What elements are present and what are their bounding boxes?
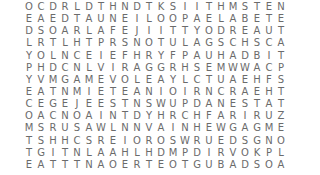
grid-cell-r3c17[interactable]: D <box>215 25 227 37</box>
grid-cell-r3c9[interactable]: E <box>119 25 131 37</box>
grid-cell-r5c7[interactable]: I <box>95 50 107 62</box>
grid-cell-r12c21[interactable]: N <box>263 135 275 147</box>
grid-cell-r6c16[interactable]: E <box>203 62 215 74</box>
grid-cell-r13c1[interactable]: T <box>23 147 35 159</box>
grid-cell-r9c21[interactable]: A <box>263 98 275 110</box>
grid-cell-r13c12[interactable]: D <box>155 147 167 159</box>
grid-cell-r10c19[interactable]: I <box>239 110 251 122</box>
grid-cell-r9c9[interactable]: T <box>119 98 131 110</box>
grid-cell-r14c3[interactable]: T <box>47 159 59 171</box>
grid-cell-r7c20[interactable]: H <box>251 74 263 86</box>
grid-cell-r13c13[interactable]: M <box>167 147 179 159</box>
grid-cell-r11c7[interactable]: W <box>95 122 107 134</box>
grid-cell-r5c12[interactable]: Y <box>155 50 167 62</box>
grid-cell-r3c13[interactable]: T <box>167 25 179 37</box>
grid-cell-r3c18[interactable]: R <box>227 25 239 37</box>
grid-cell-r10c17[interactable]: A <box>215 110 227 122</box>
grid-cell-r4c6[interactable]: T <box>83 37 95 49</box>
grid-cell-r4c11[interactable]: O <box>143 37 155 49</box>
grid-cell-r5c1[interactable]: Y <box>23 50 35 62</box>
grid-cell-r14c2[interactable]: A <box>35 159 47 171</box>
grid-cell-r4c19[interactable]: H <box>239 37 251 49</box>
grid-cell-r8c12[interactable]: I <box>155 86 167 98</box>
grid-cell-r12c11[interactable]: R <box>143 135 155 147</box>
grid-cell-r12c10[interactable]: O <box>131 135 143 147</box>
grid-cell-r13c18[interactable]: V <box>227 147 239 159</box>
grid-cell-r8c1[interactable]: E <box>23 86 35 98</box>
grid-cell-r1c7[interactable]: T <box>95 1 107 13</box>
grid-cell-r6c8[interactable]: I <box>107 62 119 74</box>
grid-cell-r4c15[interactable]: A <box>191 37 203 49</box>
grid-cell-r5c22[interactable]: T <box>275 50 287 62</box>
grid-cell-r2c6[interactable]: A <box>83 13 95 25</box>
grid-cell-r4c17[interactable]: S <box>215 37 227 49</box>
grid-cell-r2c13[interactable]: O <box>167 13 179 25</box>
grid-cell-r6c14[interactable]: H <box>179 62 191 74</box>
grid-cell-r4c13[interactable]: U <box>167 37 179 49</box>
grid-cell-r6c17[interactable]: M <box>215 62 227 74</box>
grid-cell-r9c13[interactable]: U <box>167 98 179 110</box>
grid-cell-r13c16[interactable]: I <box>203 147 215 159</box>
grid-cell-r12c7[interactable]: R <box>95 135 107 147</box>
grid-cell-r12c19[interactable]: S <box>239 135 251 147</box>
grid-cell-r3c6[interactable]: L <box>83 25 95 37</box>
grid-cell-r13c19[interactable]: O <box>239 147 251 159</box>
grid-cell-r10c2[interactable]: A <box>35 110 47 122</box>
grid-cell-r7c7[interactable]: E <box>95 74 107 86</box>
grid-cell-r2c18[interactable]: A <box>227 13 239 25</box>
grid-cell-r9c5[interactable]: J <box>71 98 83 110</box>
grid-cell-r9c15[interactable]: D <box>191 98 203 110</box>
grid-cell-r4c14[interactable]: L <box>179 37 191 49</box>
grid-cell-r4c12[interactable]: T <box>155 37 167 49</box>
grid-cell-r5c21[interactable]: I <box>263 50 275 62</box>
grid-cell-r9c19[interactable]: S <box>239 98 251 110</box>
grid-cell-r3c22[interactable]: T <box>275 25 287 37</box>
grid-cell-r4c1[interactable]: L <box>23 37 35 49</box>
grid-cell-r12c18[interactable]: D <box>227 135 239 147</box>
grid-cell-r3c1[interactable]: D <box>23 25 35 37</box>
grid-cell-r9c8[interactable]: S <box>107 98 119 110</box>
grid-cell-r10c20[interactable]: R <box>251 110 263 122</box>
grid-cell-r13c11[interactable]: H <box>143 147 155 159</box>
grid-cell-r2c11[interactable]: L <box>143 13 155 25</box>
grid-cell-r6c15[interactable]: S <box>191 62 203 74</box>
grid-cell-r5c3[interactable]: L <box>47 50 59 62</box>
grid-cell-r8c6[interactable]: I <box>83 86 95 98</box>
grid-cell-r11c20[interactable]: G <box>251 122 263 134</box>
grid-cell-r12c1[interactable]: T <box>23 135 35 147</box>
grid-cell-r6c18[interactable]: W <box>227 62 239 74</box>
grid-cell-r6c7[interactable]: V <box>95 62 107 74</box>
grid-cell-r8c4[interactable]: N <box>59 86 71 98</box>
grid-cell-r6c21[interactable]: C <box>263 62 275 74</box>
grid-cell-r1c11[interactable]: T <box>143 1 155 13</box>
grid-cell-r7c5[interactable]: A <box>71 74 83 86</box>
grid-cell-r1c1[interactable]: O <box>23 1 35 13</box>
grid-cell-r11c9[interactable]: N <box>119 122 131 134</box>
grid-cell-r12c22[interactable]: O <box>275 135 287 147</box>
grid-cell-r8c21[interactable]: H <box>263 86 275 98</box>
grid-cell-r3c20[interactable]: A <box>251 25 263 37</box>
grid-cell-r5c6[interactable]: E <box>83 50 95 62</box>
grid-cell-r7c18[interactable]: A <box>227 74 239 86</box>
grid-cell-r7c21[interactable]: F <box>263 74 275 86</box>
grid-cell-r12c5[interactable]: C <box>71 135 83 147</box>
grid-cell-r9c14[interactable]: P <box>179 98 191 110</box>
grid-cell-r6c13[interactable]: R <box>167 62 179 74</box>
grid-cell-r4c8[interactable]: R <box>107 37 119 49</box>
grid-cell-r8c14[interactable]: I <box>179 86 191 98</box>
grid-cell-r1c21[interactable]: E <box>263 1 275 13</box>
grid-cell-r4c4[interactable]: L <box>59 37 71 49</box>
grid-cell-r14c8[interactable]: O <box>107 159 119 171</box>
grid-cell-r14c12[interactable]: E <box>155 159 167 171</box>
grid-cell-r10c15[interactable]: H <box>191 110 203 122</box>
grid-cell-r10c6[interactable]: A <box>83 110 95 122</box>
grid-cell-r2c15[interactable]: A <box>191 13 203 25</box>
grid-cell-r11c8[interactable]: L <box>107 122 119 134</box>
grid-cell-r8c15[interactable]: R <box>191 86 203 98</box>
grid-cell-r6c22[interactable]: P <box>275 62 287 74</box>
grid-cell-r14c10[interactable]: R <box>131 159 143 171</box>
grid-cell-r6c1[interactable]: P <box>23 62 35 74</box>
grid-cell-r10c22[interactable]: Z <box>275 110 287 122</box>
grid-cell-r4c10[interactable]: N <box>131 37 143 49</box>
grid-cell-r11c22[interactable]: E <box>275 122 287 134</box>
grid-cell-r14c9[interactable]: E <box>119 159 131 171</box>
grid-cell-r12c15[interactable]: R <box>191 135 203 147</box>
grid-cell-r11c2[interactable]: S <box>35 122 47 134</box>
grid-cell-r12c4[interactable]: H <box>59 135 71 147</box>
grid-cell-r2c5[interactable]: T <box>71 13 83 25</box>
grid-cell-r3c19[interactable]: E <box>239 25 251 37</box>
grid-cell-r14c21[interactable]: O <box>263 159 275 171</box>
grid-cell-r6c6[interactable]: L <box>83 62 95 74</box>
grid-cell-r7c14[interactable]: L <box>179 74 191 86</box>
grid-cell-r10c11[interactable]: Y <box>143 110 155 122</box>
grid-cell-r11c6[interactable]: A <box>83 122 95 134</box>
grid-cell-r14c22[interactable]: A <box>275 159 287 171</box>
grid-cell-r10c14[interactable]: C <box>179 110 191 122</box>
grid-cell-r5c18[interactable]: A <box>227 50 239 62</box>
grid-cell-r4c3[interactable]: T <box>47 37 59 49</box>
grid-cell-r4c5[interactable]: H <box>71 37 83 49</box>
grid-cell-r8c11[interactable]: N <box>143 86 155 98</box>
grid-cell-r5c11[interactable]: R <box>143 50 155 62</box>
grid-cell-r9c17[interactable]: N <box>215 98 227 110</box>
grid-cell-r7c2[interactable]: V <box>35 74 47 86</box>
grid-cell-r3c21[interactable]: U <box>263 25 275 37</box>
grid-cell-r8c2[interactable]: A <box>35 86 47 98</box>
grid-cell-r1c10[interactable]: D <box>131 1 143 13</box>
grid-cell-r6c20[interactable]: A <box>251 62 263 74</box>
grid-cell-r13c4[interactable]: T <box>59 147 71 159</box>
grid-cell-r2c1[interactable]: E <box>23 13 35 25</box>
grid-cell-r6c12[interactable]: G <box>155 62 167 74</box>
grid-cell-r6c19[interactable]: W <box>239 62 251 74</box>
grid-cell-r12c13[interactable]: S <box>167 135 179 147</box>
grid-cell-r6c4[interactable]: C <box>59 62 71 74</box>
grid-cell-r7c11[interactable]: E <box>143 74 155 86</box>
grid-cell-r14c20[interactable]: S <box>251 159 263 171</box>
grid-cell-r5c14[interactable]: P <box>179 50 191 62</box>
grid-cell-r13c10[interactable]: L <box>131 147 143 159</box>
grid-cell-r10c7[interactable]: I <box>95 110 107 122</box>
grid-cell-r6c11[interactable]: G <box>143 62 155 74</box>
grid-cell-r8c8[interactable]: T <box>107 86 119 98</box>
grid-cell-r5c5[interactable]: C <box>71 50 83 62</box>
grid-cell-r14c19[interactable]: D <box>239 159 251 171</box>
grid-cell-r11c3[interactable]: R <box>47 122 59 134</box>
grid-cell-r7c17[interactable]: U <box>215 74 227 86</box>
grid-cell-r9c12[interactable]: W <box>155 98 167 110</box>
grid-cell-r3c10[interactable]: J <box>131 25 143 37</box>
grid-cell-r1c14[interactable]: I <box>179 1 191 13</box>
grid-cell-r12c14[interactable]: W <box>179 135 191 147</box>
grid-cell-r12c8[interactable]: E <box>107 135 119 147</box>
grid-cell-r3c11[interactable]: I <box>143 25 155 37</box>
grid-cell-r8c20[interactable]: E <box>251 86 263 98</box>
grid-cell-r3c12[interactable]: I <box>155 25 167 37</box>
grid-cell-r11c10[interactable]: N <box>131 122 143 134</box>
grid-cell-r8c7[interactable]: E <box>95 86 107 98</box>
grid-cell-r14c5[interactable]: T <box>71 159 83 171</box>
grid-cell-r14c18[interactable]: A <box>227 159 239 171</box>
grid-cell-r10c13[interactable]: R <box>167 110 179 122</box>
grid-cell-r14c14[interactable]: T <box>179 159 191 171</box>
grid-cell-r10c16[interactable]: F <box>203 110 215 122</box>
grid-cell-r6c3[interactable]: D <box>47 62 59 74</box>
grid-cell-r9c3[interactable]: G <box>47 98 59 110</box>
grid-cell-r7c13[interactable]: Y <box>167 74 179 86</box>
grid-cell-r9c7[interactable]: E <box>95 98 107 110</box>
grid-cell-r1c9[interactable]: N <box>119 1 131 13</box>
grid-cell-r1c6[interactable]: D <box>83 1 95 13</box>
grid-cell-r12c17[interactable]: E <box>215 135 227 147</box>
grid-cell-r4c2[interactable]: R <box>35 37 47 49</box>
grid-cell-r3c5[interactable]: R <box>71 25 83 37</box>
grid-cell-r11c5[interactable]: S <box>71 122 83 134</box>
grid-cell-r9c18[interactable]: E <box>227 98 239 110</box>
grid-cell-r4c7[interactable]: P <box>95 37 107 49</box>
grid-cell-r3c4[interactable]: A <box>59 25 71 37</box>
grid-cell-r14c7[interactable]: A <box>95 159 107 171</box>
grid-cell-r3c7[interactable]: A <box>95 25 107 37</box>
grid-cell-r1c8[interactable]: H <box>107 1 119 13</box>
grid-cell-r10c9[interactable]: T <box>119 110 131 122</box>
grid-cell-r11c13[interactable]: I <box>167 122 179 134</box>
grid-cell-r4c22[interactable]: A <box>275 37 287 49</box>
grid-cell-r10c12[interactable]: H <box>155 110 167 122</box>
grid-cell-r5c17[interactable]: H <box>215 50 227 62</box>
grid-cell-r6c2[interactable]: H <box>35 62 47 74</box>
grid-cell-r2c20[interactable]: E <box>251 13 263 25</box>
grid-cell-r10c8[interactable]: N <box>107 110 119 122</box>
grid-cell-r11c12[interactable]: A <box>155 122 167 134</box>
grid-cell-r7c1[interactable]: Y <box>23 74 35 86</box>
grid-cell-r8c5[interactable]: M <box>71 86 83 98</box>
grid-cell-r2c16[interactable]: E <box>203 13 215 25</box>
grid-cell-r5c13[interactable]: F <box>167 50 179 62</box>
grid-cell-r13c17[interactable]: R <box>215 147 227 159</box>
grid-cell-r11c11[interactable]: V <box>143 122 155 134</box>
grid-cell-r9c20[interactable]: T <box>251 98 263 110</box>
grid-cell-r12c12[interactable]: O <box>155 135 167 147</box>
grid-cell-r1c16[interactable]: T <box>203 1 215 13</box>
grid-cell-r2c10[interactable]: I <box>131 13 143 25</box>
grid-cell-r13c7[interactable]: A <box>95 147 107 159</box>
grid-cell-r7c10[interactable]: L <box>131 74 143 86</box>
grid-cell-r14c4[interactable]: T <box>59 159 71 171</box>
grid-cell-r10c3[interactable]: C <box>47 110 59 122</box>
grid-cell-r13c8[interactable]: A <box>107 147 119 159</box>
grid-cell-r5c16[interactable]: U <box>203 50 215 62</box>
grid-cell-r5c9[interactable]: F <box>119 50 131 62</box>
grid-cell-r5c8[interactable]: E <box>107 50 119 62</box>
grid-cell-r2c8[interactable]: N <box>107 13 119 25</box>
grid-cell-r4c16[interactable]: G <box>203 37 215 49</box>
grid-cell-r8c22[interactable]: T <box>275 86 287 98</box>
grid-cell-r5c15[interactable]: A <box>191 50 203 62</box>
grid-cell-r3c8[interactable]: F <box>107 25 119 37</box>
grid-cell-r1c18[interactable]: M <box>227 1 239 13</box>
grid-cell-r11c14[interactable]: N <box>179 122 191 134</box>
grid-cell-r10c18[interactable]: R <box>227 110 239 122</box>
grid-cell-r9c6[interactable]: E <box>83 98 95 110</box>
grid-cell-r5c10[interactable]: H <box>131 50 143 62</box>
grid-cell-r13c6[interactable]: L <box>83 147 95 159</box>
grid-cell-r1c4[interactable]: R <box>59 1 71 13</box>
grid-cell-r2c17[interactable]: L <box>215 13 227 25</box>
grid-cell-r2c19[interactable]: B <box>239 13 251 25</box>
grid-cell-r1c20[interactable]: T <box>251 1 263 13</box>
grid-cell-r12c9[interactable]: I <box>119 135 131 147</box>
grid-cell-r13c15[interactable]: D <box>191 147 203 159</box>
grid-cell-r7c15[interactable]: C <box>191 74 203 86</box>
grid-cell-r14c1[interactable]: E <box>23 159 35 171</box>
grid-cell-r2c2[interactable]: A <box>35 13 47 25</box>
grid-cell-r1c22[interactable]: N <box>275 1 287 13</box>
grid-cell-r5c20[interactable]: B <box>251 50 263 62</box>
grid-cell-r2c4[interactable]: D <box>59 13 71 25</box>
grid-cell-r3c15[interactable]: Y <box>191 25 203 37</box>
grid-cell-r2c3[interactable]: E <box>47 13 59 25</box>
grid-cell-r11c4[interactable]: U <box>59 122 71 134</box>
grid-cell-r2c9[interactable]: E <box>119 13 131 25</box>
grid-cell-r12c16[interactable]: U <box>203 135 215 147</box>
grid-cell-r1c19[interactable]: S <box>239 1 251 13</box>
grid-cell-r3c16[interactable]: O <box>203 25 215 37</box>
grid-cell-r4c18[interactable]: C <box>227 37 239 49</box>
grid-cell-r7c16[interactable]: T <box>203 74 215 86</box>
grid-cell-r6c10[interactable]: A <box>131 62 143 74</box>
grid-cell-r1c15[interactable]: I <box>191 1 203 13</box>
grid-cell-r8c18[interactable]: R <box>227 86 239 98</box>
grid-cell-r7c4[interactable]: G <box>59 74 71 86</box>
grid-cell-r2c12[interactable]: O <box>155 13 167 25</box>
grid-cell-r2c22[interactable]: E <box>275 13 287 25</box>
grid-cell-r11c15[interactable]: H <box>191 122 203 134</box>
grid-cell-r13c3[interactable]: I <box>47 147 59 159</box>
grid-cell-r4c20[interactable]: S <box>251 37 263 49</box>
grid-cell-r10c1[interactable]: O <box>23 110 35 122</box>
grid-cell-r13c5[interactable]: N <box>71 147 83 159</box>
grid-cell-r7c8[interactable]: V <box>107 74 119 86</box>
grid-cell-r1c3[interactable]: D <box>47 1 59 13</box>
grid-cell-r9c10[interactable]: N <box>131 98 143 110</box>
grid-cell-r10c10[interactable]: D <box>131 110 143 122</box>
grid-cell-r1c2[interactable]: C <box>35 1 47 13</box>
grid-cell-r13c22[interactable]: L <box>275 147 287 159</box>
grid-cell-r13c9[interactable]: H <box>119 147 131 159</box>
grid-cell-r9c2[interactable]: E <box>35 98 47 110</box>
grid-cell-r7c12[interactable]: A <box>155 74 167 86</box>
grid-cell-r8c3[interactable]: T <box>47 86 59 98</box>
grid-cell-r4c21[interactable]: C <box>263 37 275 49</box>
grid-cell-r1c13[interactable]: S <box>167 1 179 13</box>
grid-cell-r11c16[interactable]: E <box>203 122 215 134</box>
grid-cell-r6c9[interactable]: R <box>119 62 131 74</box>
grid-cell-r12c6[interactable]: S <box>83 135 95 147</box>
grid-cell-r7c3[interactable]: M <box>47 74 59 86</box>
grid-cell-r14c17[interactable]: B <box>215 159 227 171</box>
grid-cell-r11c17[interactable]: W <box>215 122 227 134</box>
grid-cell-r2c7[interactable]: U <box>95 13 107 25</box>
grid-cell-r11c18[interactable]: G <box>227 122 239 134</box>
grid-cell-r13c21[interactable]: P <box>263 147 275 159</box>
grid-cell-r5c19[interactable]: D <box>239 50 251 62</box>
grid-cell-r14c11[interactable]: T <box>143 159 155 171</box>
grid-cell-r5c4[interactable]: N <box>59 50 71 62</box>
grid-cell-r2c14[interactable]: P <box>179 13 191 25</box>
grid-cell-r1c17[interactable]: H <box>215 1 227 13</box>
grid-cell-r8c10[interactable]: A <box>131 86 143 98</box>
grid-cell-r9c1[interactable]: C <box>23 98 35 110</box>
grid-cell-r14c16[interactable]: U <box>203 159 215 171</box>
grid-cell-r14c15[interactable]: G <box>191 159 203 171</box>
grid-cell-r13c20[interactable]: K <box>251 147 263 159</box>
grid-cell-r3c14[interactable]: T <box>179 25 191 37</box>
grid-cell-r2c21[interactable]: T <box>263 13 275 25</box>
grid-cell-r7c19[interactable]: E <box>239 74 251 86</box>
grid-cell-r1c5[interactable]: L <box>71 1 83 13</box>
grid-cell-r8c19[interactable]: A <box>239 86 251 98</box>
grid-cell-r9c16[interactable]: A <box>203 98 215 110</box>
grid-cell-r14c13[interactable]: O <box>167 159 179 171</box>
grid-cell-r8c16[interactable]: N <box>203 86 215 98</box>
grid-cell-r1c12[interactable]: K <box>155 1 167 13</box>
grid-cell-r8c9[interactable]: E <box>119 86 131 98</box>
grid-cell-r11c21[interactable]: M <box>263 122 275 134</box>
grid-cell-r12c3[interactable]: H <box>47 135 59 147</box>
grid-cell-r12c2[interactable]: S <box>35 135 47 147</box>
grid-cell-r4c9[interactable]: S <box>119 37 131 49</box>
grid-cell-r9c4[interactable]: E <box>59 98 71 110</box>
grid-cell-r3c2[interactable]: S <box>35 25 47 37</box>
grid-cell-r11c1[interactable]: M <box>23 122 35 134</box>
grid-cell-r10c4[interactable]: N <box>59 110 71 122</box>
grid-cell-r7c22[interactable]: S <box>275 74 287 86</box>
grid-cell-r9c11[interactable]: S <box>143 98 155 110</box>
grid-cell-r14c6[interactable]: N <box>83 159 95 171</box>
grid-cell-r6c5[interactable]: N <box>71 62 83 74</box>
grid-cell-r3c3[interactable]: O <box>47 25 59 37</box>
grid-cell-r12c20[interactable]: G <box>251 135 263 147</box>
grid-cell-r5c2[interactable]: O <box>35 50 47 62</box>
grid-cell-r8c17[interactable]: C <box>215 86 227 98</box>
grid-cell-r8c13[interactable]: O <box>167 86 179 98</box>
